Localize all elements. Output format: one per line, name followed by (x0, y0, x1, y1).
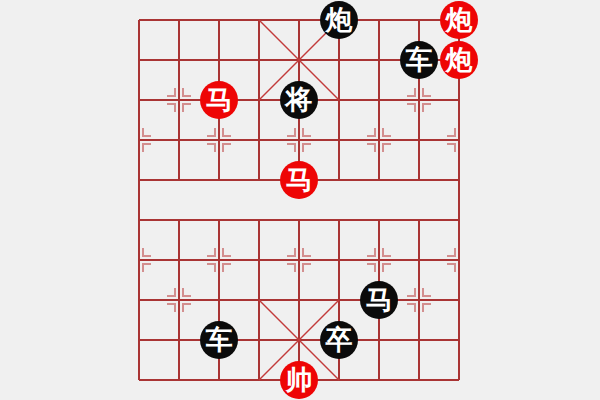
xiangqi-board: 炮炮车炮马将马马车卒帅 (0, 0, 600, 400)
piece-red-general[interactable]: 帅 (280, 361, 318, 399)
piece-black-chariot[interactable]: 车 (200, 321, 238, 359)
piece-black-horse[interactable]: 马 (360, 281, 398, 319)
pieces-layer: 炮炮车炮马将马马车卒帅 (0, 0, 600, 400)
piece-black-general[interactable]: 将 (280, 81, 318, 119)
piece-red-cannon[interactable]: 炮 (440, 1, 478, 39)
piece-black-chariot[interactable]: 车 (400, 41, 438, 79)
piece-black-soldier[interactable]: 卒 (320, 321, 358, 359)
xiangqi-diagram: 炮炮车炮马将马马车卒帅 (0, 0, 600, 400)
piece-red-horse[interactable]: 马 (200, 81, 238, 119)
piece-red-horse[interactable]: 马 (280, 161, 318, 199)
piece-black-cannon[interactable]: 炮 (320, 1, 358, 39)
screenshot-root: { "game": "xiangqi", "board": { "files":… (0, 0, 600, 400)
piece-red-cannon[interactable]: 炮 (440, 41, 478, 79)
